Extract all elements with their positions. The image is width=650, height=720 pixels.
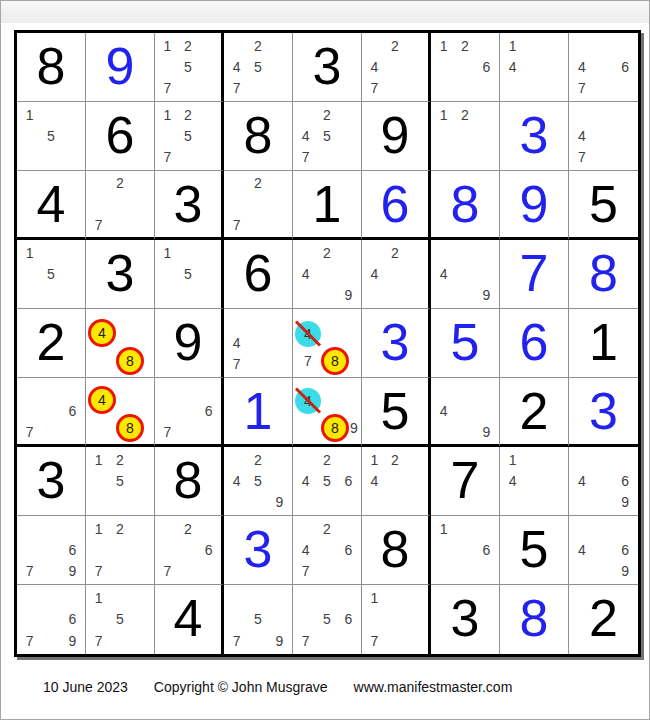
- candidate-9: 9: [349, 414, 359, 442]
- candidate-2: 2: [316, 518, 337, 539]
- candidate-2: 2: [109, 518, 130, 539]
- window-titlebar: [1, 1, 649, 23]
- cell-r8c7[interactable]: 16: [431, 516, 500, 585]
- candidate-4: 4: [295, 470, 316, 491]
- cell-r8c9[interactable]: 469: [569, 516, 638, 585]
- solved-digit: 3: [569, 378, 638, 444]
- given-digit: 2: [500, 378, 568, 444]
- solved-digit: 8: [569, 240, 638, 308]
- footer-date: 10 June 2023: [43, 679, 128, 695]
- cell-r1c7[interactable]: 126: [431, 33, 500, 102]
- cell-r7c7[interactable]: 7: [431, 447, 500, 516]
- footer: 10 June 2023Copyright © John Musgravewww…: [43, 679, 538, 695]
- candidate-6: 6: [338, 609, 359, 631]
- candidate-2: 2: [316, 242, 337, 263]
- candidate-1: 1: [502, 449, 523, 470]
- cell-r9c1[interactable]: 679: [17, 585, 86, 654]
- solved-digit: 8: [500, 585, 568, 654]
- candidate-2: 2: [454, 35, 475, 56]
- candidate-6: 6: [476, 56, 497, 77]
- candidate-5: 5: [316, 125, 337, 146]
- given-digit: 1: [293, 171, 361, 237]
- candidate-4: 4: [226, 332, 247, 353]
- solved-digit: 9: [500, 171, 568, 237]
- pencil-marks: 2467: [293, 516, 361, 584]
- eliminated-candidate-4: 4: [295, 388, 321, 414]
- given-digit: 4: [155, 585, 221, 654]
- candidate-1: 1: [88, 449, 109, 470]
- highlighted-candidate-8: 8: [116, 414, 144, 442]
- pencil-marks: 2457: [293, 102, 361, 170]
- candidate-2: 2: [385, 35, 406, 56]
- cell-r9c9[interactable]: 2: [569, 585, 638, 654]
- cell-r1c5[interactable]: 3: [293, 33, 362, 102]
- candidate-9: 9: [269, 630, 290, 652]
- candidate-4: 4: [502, 56, 523, 77]
- candidate-1: 1: [157, 35, 178, 56]
- cell-r2c3[interactable]: 1257: [155, 102, 224, 171]
- candidate-7: 7: [19, 561, 40, 582]
- given-digit: 3: [86, 240, 154, 308]
- cell-r9c2[interactable]: 157: [86, 585, 155, 654]
- highlighted-candidate-8: 8: [321, 347, 349, 375]
- candidate-9: 9: [62, 561, 83, 582]
- candidate-1: 1: [19, 104, 40, 125]
- given-digit: 5: [569, 171, 638, 237]
- cell-r9c8[interactable]: 8: [500, 585, 569, 654]
- candidate-9: 9: [614, 492, 636, 513]
- candidate-1: 1: [433, 35, 454, 56]
- pencil-marks: 48: [86, 309, 154, 377]
- solved-digit: 6: [362, 171, 428, 237]
- highlighted-candidate-4: 4: [88, 386, 116, 414]
- candidate-9: 9: [476, 285, 497, 306]
- cell-r5c8[interactable]: 6: [500, 309, 569, 378]
- candidate-7: 7: [88, 630, 109, 652]
- candidate-4: 4: [502, 470, 523, 491]
- pencil-marks: 267: [155, 516, 221, 584]
- given-digit: 9: [362, 102, 428, 170]
- pencil-marks: 15: [17, 102, 85, 170]
- cell-r4c3[interactable]: 15: [155, 240, 224, 309]
- candidate-9: 9: [269, 492, 290, 513]
- cell-r1c9[interactable]: 467: [569, 33, 638, 102]
- cell-r2c5[interactable]: 2457: [293, 102, 362, 171]
- pencil-marks: 467: [569, 33, 638, 101]
- given-digit: 2: [569, 585, 638, 654]
- highlighted-candidate-8: 8: [116, 347, 144, 375]
- candidate-1: 1: [364, 449, 385, 470]
- cell-r7c6[interactable]: 124: [362, 447, 431, 516]
- solved-digit: 8: [431, 171, 499, 237]
- pencil-marks: 679: [17, 585, 85, 654]
- cell-r6c2[interactable]: 48: [86, 378, 155, 447]
- candidate-2: 2: [316, 104, 337, 125]
- pencil-marks: 247: [362, 33, 428, 101]
- cell-r3c7[interactable]: 8: [431, 171, 500, 240]
- candidate-1: 1: [88, 518, 109, 539]
- cell-r2c6[interactable]: 9: [362, 102, 431, 171]
- solved-digit: 6: [500, 309, 568, 377]
- cell-r6c8[interactable]: 2: [500, 378, 569, 447]
- candidate-4: 4: [226, 56, 247, 77]
- cell-r8c2[interactable]: 127: [86, 516, 155, 585]
- candidate-6: 6: [62, 401, 83, 422]
- cell-r4c1[interactable]: 15: [17, 240, 86, 309]
- cell-r4c6[interactable]: 24: [362, 240, 431, 309]
- pencil-marks: 489: [293, 378, 361, 444]
- candidate-5: 5: [316, 609, 337, 631]
- candidate-6: 6: [62, 609, 83, 631]
- candidate-5: 5: [109, 609, 130, 631]
- candidate-2: 2: [316, 449, 337, 470]
- pencil-marks: 567: [293, 585, 361, 654]
- cell-r8c8[interactable]: 5: [500, 516, 569, 585]
- pencil-marks: 478: [293, 309, 361, 377]
- candidate-7: 7: [226, 354, 247, 375]
- pencil-marks: 679: [17, 516, 85, 584]
- candidate-4: 4: [571, 125, 593, 146]
- pencil-marks: 27: [224, 171, 292, 237]
- cell-r7c9[interactable]: 469: [569, 447, 638, 516]
- solved-digit: 1: [224, 378, 292, 444]
- pencil-marks: 1257: [155, 33, 221, 101]
- pencil-marks: 47: [224, 309, 292, 377]
- given-digit: 8: [362, 516, 428, 584]
- candidate-7: 7: [364, 78, 385, 99]
- eliminated-candidate-4: 4: [295, 321, 321, 347]
- pencil-marks: 47: [569, 102, 638, 170]
- candidate-4: 4: [226, 470, 247, 491]
- candidate-6: 6: [198, 539, 219, 560]
- pencil-marks: 125: [86, 447, 154, 515]
- candidate-2: 2: [109, 173, 130, 194]
- candidate-6: 6: [614, 56, 636, 77]
- candidate-7: 7: [226, 214, 247, 235]
- pencil-marks: 17: [362, 585, 428, 654]
- given-digit: 7: [431, 447, 499, 515]
- pencil-marks: 2456: [293, 447, 361, 515]
- candidate-7: 7: [571, 78, 593, 99]
- cell-r4c9[interactable]: 8: [569, 240, 638, 309]
- pencil-marks: 49: [431, 378, 499, 444]
- pencil-marks: 126: [431, 33, 499, 101]
- cell-r1c1[interactable]: 8: [17, 33, 86, 102]
- candidate-5: 5: [178, 125, 199, 146]
- candidate-9: 9: [476, 421, 497, 442]
- cell-r2c1[interactable]: 15: [17, 102, 86, 171]
- candidate-2: 2: [109, 449, 130, 470]
- candidate-1: 1: [157, 104, 178, 125]
- candidate-5: 5: [109, 470, 130, 491]
- cell-r5c5[interactable]: 478: [293, 309, 362, 378]
- candidate-2: 2: [385, 449, 406, 470]
- candidate-7: 7: [88, 214, 109, 235]
- cell-r9c5[interactable]: 567: [293, 585, 362, 654]
- candidate-7: 7: [295, 347, 321, 375]
- cell-r3c4[interactable]: 27: [224, 171, 293, 240]
- candidate-5: 5: [247, 56, 268, 77]
- cell-r9c7[interactable]: 3: [431, 585, 500, 654]
- cell-r2c2[interactable]: 6: [86, 102, 155, 171]
- cell-r4c5[interactable]: 249: [293, 240, 362, 309]
- highlighted-candidate-8: 8: [321, 414, 349, 442]
- pencil-marks: 67: [155, 378, 221, 444]
- solved-digit: 3: [362, 309, 428, 377]
- given-digit: 2: [17, 309, 85, 377]
- app-window: { "game": "sudoku", "position": { "notat…: [0, 0, 650, 720]
- candidate-4: 4: [571, 56, 593, 77]
- given-digit: 6: [86, 102, 154, 170]
- candidate-7: 7: [19, 421, 40, 442]
- cell-r1c2[interactable]: 9: [86, 33, 155, 102]
- candidate-7: 7: [88, 561, 109, 582]
- candidate-7: 7: [226, 630, 247, 652]
- pencil-marks: 249: [293, 240, 361, 308]
- cell-r5c9[interactable]: 1: [569, 309, 638, 378]
- pencil-marks: 127: [86, 516, 154, 584]
- given-digit: 9: [155, 309, 221, 377]
- candidate-7: 7: [295, 630, 316, 652]
- pencil-marks: 469: [569, 447, 638, 515]
- pencil-marks: 2457: [224, 33, 292, 101]
- given-digit: 5: [362, 378, 428, 444]
- pencil-marks: 124: [362, 447, 428, 515]
- given-digit: 8: [155, 447, 221, 515]
- candidate-4: 4: [295, 263, 316, 284]
- cell-r7c1[interactable]: 3: [17, 447, 86, 516]
- pencil-marks: 24: [362, 240, 428, 308]
- candidate-1: 1: [433, 104, 454, 125]
- cell-r8c1[interactable]: 679: [17, 516, 86, 585]
- given-digit: 8: [17, 33, 85, 101]
- candidate-4: 4: [571, 539, 593, 560]
- candidate-1: 1: [157, 242, 178, 263]
- pencil-marks: 48: [86, 378, 154, 444]
- given-digit: 8: [224, 102, 292, 170]
- cell-r2c8[interactable]: 3: [500, 102, 569, 171]
- candidate-9: 9: [614, 561, 636, 582]
- candidate-4: 4: [433, 401, 454, 422]
- cell-r8c5[interactable]: 2467: [293, 516, 362, 585]
- candidate-5: 5: [178, 263, 199, 284]
- candidate-2: 2: [247, 173, 268, 194]
- cell-r2c4[interactable]: 8: [224, 102, 293, 171]
- cell-r5c2[interactable]: 48: [86, 309, 155, 378]
- given-digit: 6: [224, 240, 292, 308]
- cell-r3c8[interactable]: 9: [500, 171, 569, 240]
- candidate-6: 6: [476, 539, 497, 560]
- candidate-4: 4: [295, 125, 316, 146]
- cell-r8c6[interactable]: 8: [362, 516, 431, 585]
- candidate-7: 7: [157, 78, 178, 99]
- pencil-marks: 67: [17, 378, 85, 444]
- pencil-marks: 27: [86, 171, 154, 237]
- given-digit: 3: [293, 33, 361, 101]
- footer-copyright: Copyright © John Musgrave: [154, 679, 328, 695]
- highlighted-candidate-4: 4: [88, 319, 116, 347]
- candidate-7: 7: [226, 78, 247, 99]
- cell-r5c1[interactable]: 2: [17, 309, 86, 378]
- pencil-marks: 1257: [155, 102, 221, 170]
- candidate-2: 2: [247, 35, 268, 56]
- cell-r3c3[interactable]: 3: [155, 171, 224, 240]
- candidate-5: 5: [247, 609, 268, 631]
- candidate-2: 2: [247, 449, 268, 470]
- cell-r5c4[interactable]: 47: [224, 309, 293, 378]
- candidate-7: 7: [157, 421, 178, 442]
- candidate-2: 2: [178, 518, 199, 539]
- cell-r7c3[interactable]: 8: [155, 447, 224, 516]
- candidate-6: 6: [614, 470, 636, 491]
- candidate-5: 5: [316, 470, 337, 491]
- cell-r7c4[interactable]: 2459: [224, 447, 293, 516]
- footer-website: www.manifestmaster.com: [354, 679, 513, 695]
- candidate-7: 7: [19, 630, 40, 652]
- candidate-1: 1: [502, 35, 523, 56]
- candidate-6: 6: [338, 470, 359, 491]
- pencil-marks: 16: [431, 516, 499, 584]
- cell-r6c4[interactable]: 1: [224, 378, 293, 447]
- candidate-5: 5: [40, 125, 61, 146]
- candidate-6: 6: [338, 539, 359, 560]
- cell-r2c7[interactable]: 12: [431, 102, 500, 171]
- pencil-marks: 49: [431, 240, 499, 308]
- candidate-7: 7: [157, 561, 178, 582]
- cell-r5c3[interactable]: 9: [155, 309, 224, 378]
- pencil-marks: 579: [224, 585, 292, 654]
- cell-r1c8[interactable]: 14: [500, 33, 569, 102]
- cell-r9c4[interactable]: 579: [224, 585, 293, 654]
- candidate-4: 4: [364, 263, 385, 284]
- candidate-5: 5: [40, 263, 61, 284]
- candidate-6: 6: [198, 401, 219, 422]
- candidate-6: 6: [62, 539, 83, 560]
- given-digit: 3: [431, 585, 499, 654]
- cell-r8c3[interactable]: 267: [155, 516, 224, 585]
- cell-r9c3[interactable]: 4: [155, 585, 224, 654]
- candidate-5: 5: [247, 470, 268, 491]
- given-digit: 3: [155, 171, 221, 237]
- candidate-9: 9: [62, 630, 83, 652]
- cell-r1c4[interactable]: 2457: [224, 33, 293, 102]
- candidate-1: 1: [19, 242, 40, 263]
- given-digit: 1: [569, 309, 638, 377]
- given-digit: 3: [17, 447, 85, 515]
- candidate-1: 1: [364, 587, 385, 609]
- solved-digit: 9: [86, 33, 154, 101]
- candidate-7: 7: [364, 630, 385, 652]
- cell-r6c6[interactable]: 5: [362, 378, 431, 447]
- candidate-4: 4: [433, 263, 454, 284]
- candidate-5: 5: [178, 56, 199, 77]
- solved-digit: 7: [500, 240, 568, 308]
- cell-r7c8[interactable]: 14: [500, 447, 569, 516]
- given-digit: 5: [500, 516, 568, 584]
- cell-r5c7[interactable]: 5: [431, 309, 500, 378]
- cell-r6c5[interactable]: 489: [293, 378, 362, 447]
- candidate-2: 2: [178, 35, 199, 56]
- candidate-4: 4: [364, 56, 385, 77]
- cell-r5c6[interactable]: 3: [362, 309, 431, 378]
- pencil-marks: 12: [431, 102, 499, 170]
- pencil-marks: 157: [86, 585, 154, 654]
- candidate-1: 1: [433, 518, 454, 539]
- candidate-2: 2: [385, 242, 406, 263]
- cell-r8c4[interactable]: 3: [224, 516, 293, 585]
- cell-r3c2[interactable]: 27: [86, 171, 155, 240]
- cell-r6c7[interactable]: 49: [431, 378, 500, 447]
- candidate-4: 4: [295, 539, 316, 560]
- cell-r6c9[interactable]: 3: [569, 378, 638, 447]
- solved-digit: 3: [500, 102, 568, 170]
- solved-digit: 5: [431, 309, 499, 377]
- candidate-7: 7: [157, 147, 178, 168]
- cell-r6c3[interactable]: 67: [155, 378, 224, 447]
- candidate-4: 4: [364, 470, 385, 491]
- candidate-1: 1: [88, 587, 109, 609]
- candidate-7: 7: [295, 561, 316, 582]
- given-digit: 4: [17, 171, 85, 237]
- cell-r7c2[interactable]: 125: [86, 447, 155, 516]
- cell-r4c8[interactable]: 7: [500, 240, 569, 309]
- pencil-marks: 15: [17, 240, 85, 308]
- candidate-7: 7: [571, 147, 593, 168]
- pencil-marks: 14: [500, 33, 568, 101]
- candidate-4: 4: [571, 470, 593, 491]
- cell-r3c1[interactable]: 4: [17, 171, 86, 240]
- solved-digit: 3: [224, 516, 292, 584]
- cell-r2c9[interactable]: 47: [569, 102, 638, 171]
- candidate-6: 6: [614, 539, 636, 560]
- cell-r1c6[interactable]: 247: [362, 33, 431, 102]
- pencil-marks: 2459: [224, 447, 292, 515]
- candidate-2: 2: [454, 104, 475, 125]
- pencil-marks: 469: [569, 516, 638, 584]
- cell-r3c5[interactable]: 1: [293, 171, 362, 240]
- cell-r3c6[interactable]: 6: [362, 171, 431, 240]
- cell-r4c4[interactable]: 6: [224, 240, 293, 309]
- cell-r4c7[interactable]: 49: [431, 240, 500, 309]
- candidate-7: 7: [295, 147, 316, 168]
- candidate-2: 2: [178, 104, 199, 125]
- pencil-marks: 14: [500, 447, 568, 515]
- sudoku-board: 8912572457324712614467156125782457912347…: [14, 30, 641, 657]
- cell-r1c3[interactable]: 1257: [155, 33, 224, 102]
- pencil-marks: 15: [155, 240, 221, 308]
- cell-r7c5[interactable]: 2456: [293, 447, 362, 516]
- cell-r3c9[interactable]: 5: [569, 171, 638, 240]
- cell-r4c2[interactable]: 3: [86, 240, 155, 309]
- candidate-9: 9: [338, 285, 359, 306]
- cell-r9c6[interactable]: 17: [362, 585, 431, 654]
- cell-r6c1[interactable]: 67: [17, 378, 86, 447]
